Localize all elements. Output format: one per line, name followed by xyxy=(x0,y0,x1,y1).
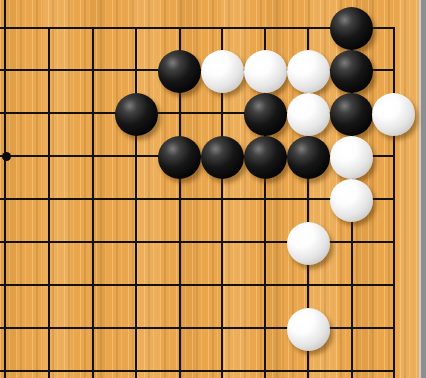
white-stone xyxy=(287,308,330,351)
app-window xyxy=(0,0,426,378)
grid-line-vertical xyxy=(135,27,137,378)
star-point-hoshi xyxy=(2,152,11,161)
grid-line-horizontal xyxy=(0,370,395,372)
black-stone xyxy=(115,93,158,136)
black-stone xyxy=(330,50,373,93)
black-stone xyxy=(330,93,373,136)
go-board[interactable] xyxy=(0,0,421,378)
white-stone xyxy=(330,136,373,179)
black-stone xyxy=(158,136,201,179)
black-stone xyxy=(158,50,201,93)
grid-line-vertical xyxy=(92,27,94,378)
black-stone xyxy=(287,136,330,179)
white-stone xyxy=(287,222,330,265)
grid-line-vertical xyxy=(393,27,395,378)
white-stone xyxy=(244,50,287,93)
grid-line-vertical xyxy=(48,27,50,378)
black-stone xyxy=(244,93,287,136)
white-stone xyxy=(330,179,373,222)
white-stone xyxy=(372,93,415,136)
white-stone xyxy=(287,50,330,93)
grid-line-vertical xyxy=(4,0,6,378)
grid-line-horizontal xyxy=(0,241,395,243)
white-stone xyxy=(201,50,244,93)
black-stone xyxy=(330,7,373,50)
grid-line-horizontal xyxy=(0,327,395,329)
white-stone xyxy=(287,93,330,136)
grid-line-horizontal xyxy=(0,284,395,286)
black-stone xyxy=(201,136,244,179)
black-stone xyxy=(244,136,287,179)
